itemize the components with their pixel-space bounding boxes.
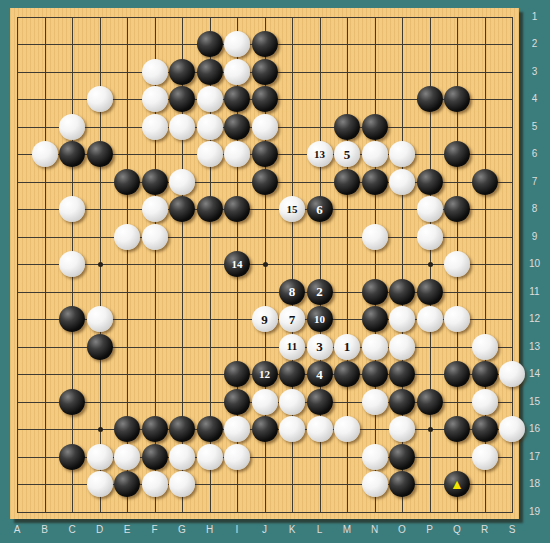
move-number: 4 [316, 368, 323, 381]
white-stone-F3 [142, 59, 168, 85]
row-label-16: 16 [521, 423, 548, 434]
column-label-K: K [282, 524, 302, 535]
row-label-18: 18 [521, 478, 548, 489]
column-label-H: H [200, 524, 220, 535]
black-stone-M5 [334, 114, 360, 140]
row-label-9: 9 [521, 231, 548, 242]
black-stone-G16 [169, 416, 195, 442]
star-point [98, 262, 103, 267]
white-stone-R13 [472, 334, 498, 360]
black-stone-G8 [169, 196, 195, 222]
white-stone-I2 [224, 31, 250, 57]
black-stone-J16 [252, 416, 278, 442]
black-stone-N5 [362, 114, 388, 140]
white-stone-F5 [142, 114, 168, 140]
white-stone-I16 [224, 416, 250, 442]
row-label-4: 4 [521, 93, 548, 104]
black-stone-G3 [169, 59, 195, 85]
black-stone-O14 [389, 361, 415, 387]
grid-line-horizontal [17, 512, 513, 513]
column-label-G: G [172, 524, 192, 535]
black-stone-L12: 10 [307, 306, 333, 332]
black-stone-N11 [362, 279, 388, 305]
column-label-Q: Q [447, 524, 467, 535]
white-stone-M6: 5 [334, 141, 360, 167]
black-stone-H2 [197, 31, 223, 57]
black-stone-E16 [114, 416, 140, 442]
move-number: 14 [232, 259, 243, 270]
white-stone-P8 [417, 196, 443, 222]
row-label-19: 19 [521, 506, 548, 517]
row-label-2: 2 [521, 38, 548, 49]
white-stone-E17 [114, 444, 140, 470]
black-stone-K11: 8 [279, 279, 305, 305]
white-stone-P9 [417, 224, 443, 250]
row-label-15: 15 [521, 396, 548, 407]
black-stone-Q18: ▲ [444, 471, 470, 497]
white-stone-G7 [169, 169, 195, 195]
black-stone-E7 [114, 169, 140, 195]
white-stone-N9 [362, 224, 388, 250]
white-stone-O12 [389, 306, 415, 332]
grid-line-vertical [375, 17, 376, 513]
row-label-13: 13 [521, 341, 548, 352]
column-label-M: M [337, 524, 357, 535]
column-label-A: A [7, 524, 27, 535]
black-stone-F17 [142, 444, 168, 470]
row-label-1: 1 [521, 11, 548, 22]
white-stone-L6: 13 [307, 141, 333, 167]
move-number: 7 [289, 313, 296, 326]
black-stone-G4 [169, 86, 195, 112]
black-stone-J14: 12 [252, 361, 278, 387]
white-stone-O16 [389, 416, 415, 442]
black-stone-P4 [417, 86, 443, 112]
white-stone-P12 [417, 306, 443, 332]
black-stone-J6 [252, 141, 278, 167]
white-stone-N13 [362, 334, 388, 360]
white-stone-Q12 [444, 306, 470, 332]
white-stone-H17 [197, 444, 223, 470]
white-stone-N15 [362, 389, 388, 415]
black-stone-N7 [362, 169, 388, 195]
white-stone-L16 [307, 416, 333, 442]
black-stone-R16 [472, 416, 498, 442]
black-stone-J3 [252, 59, 278, 85]
triangle-marker-icon: ▲ [450, 477, 464, 491]
black-stone-C6 [59, 141, 85, 167]
white-stone-O7 [389, 169, 415, 195]
move-number: 1 [344, 340, 351, 353]
move-number: 9 [261, 313, 268, 326]
white-stone-D17 [87, 444, 113, 470]
white-stone-L13: 3 [307, 334, 333, 360]
black-stone-N12 [362, 306, 388, 332]
row-label-14: 14 [521, 368, 548, 379]
column-label-I: I [227, 524, 247, 535]
row-label-7: 7 [521, 176, 548, 187]
white-stone-R17 [472, 444, 498, 470]
move-number: 5 [344, 148, 351, 161]
white-stone-K16 [279, 416, 305, 442]
black-stone-D6 [87, 141, 113, 167]
black-stone-D13 [87, 334, 113, 360]
white-stone-G5 [169, 114, 195, 140]
column-label-B: B [35, 524, 55, 535]
white-stone-N17 [362, 444, 388, 470]
black-stone-H16 [197, 416, 223, 442]
white-stone-I3 [224, 59, 250, 85]
column-label-C: C [62, 524, 82, 535]
black-stone-I4 [224, 86, 250, 112]
black-stone-Q6 [444, 141, 470, 167]
black-stone-O18 [389, 471, 415, 497]
star-point [98, 427, 103, 432]
move-number: 13 [314, 149, 325, 160]
go-diagram: 135156148297101131124▲ ABCDEFGHIJKLMNOPQ… [0, 0, 550, 543]
black-stone-P15 [417, 389, 443, 415]
black-stone-O15 [389, 389, 415, 415]
black-stone-C17 [59, 444, 85, 470]
black-stone-C12 [59, 306, 85, 332]
black-stone-E18 [114, 471, 140, 497]
column-label-P: P [420, 524, 440, 535]
white-stone-O13 [389, 334, 415, 360]
row-label-5: 5 [521, 121, 548, 132]
black-stone-I14 [224, 361, 250, 387]
go-board[interactable]: 135156148297101131124▲ [10, 8, 519, 519]
black-stone-M14 [334, 361, 360, 387]
black-stone-Q4 [444, 86, 470, 112]
row-label-6: 6 [521, 148, 548, 159]
white-stone-K13: 11 [279, 334, 305, 360]
move-number: 3 [316, 340, 323, 353]
star-point [428, 262, 433, 267]
white-stone-M16 [334, 416, 360, 442]
move-number: 10 [314, 314, 325, 325]
white-stone-I6 [224, 141, 250, 167]
black-stone-P7 [417, 169, 443, 195]
black-stone-H8 [197, 196, 223, 222]
white-stone-Q10 [444, 251, 470, 277]
white-stone-I17 [224, 444, 250, 470]
column-label-O: O [392, 524, 412, 535]
white-stone-M13: 1 [334, 334, 360, 360]
black-stone-I10: 14 [224, 251, 250, 277]
column-label-E: E [117, 524, 137, 535]
black-stone-M7 [334, 169, 360, 195]
white-stone-D12 [87, 306, 113, 332]
move-number: 15 [287, 204, 298, 215]
white-stone-H5 [197, 114, 223, 140]
black-stone-L11: 2 [307, 279, 333, 305]
black-stone-L14: 4 [307, 361, 333, 387]
white-stone-C10 [59, 251, 85, 277]
white-stone-D18 [87, 471, 113, 497]
black-stone-I15 [224, 389, 250, 415]
white-stone-O6 [389, 141, 415, 167]
black-stone-F7 [142, 169, 168, 195]
black-stone-J7 [252, 169, 278, 195]
black-stone-L8: 6 [307, 196, 333, 222]
column-label-S: S [502, 524, 522, 535]
black-stone-R14 [472, 361, 498, 387]
black-stone-J4 [252, 86, 278, 112]
white-stone-J15 [252, 389, 278, 415]
white-stone-C5 [59, 114, 85, 140]
white-stone-D4 [87, 86, 113, 112]
black-stone-R7 [472, 169, 498, 195]
white-stone-K8: 15 [279, 196, 305, 222]
white-stone-K12: 7 [279, 306, 305, 332]
column-label-L: L [310, 524, 330, 535]
row-label-17: 17 [521, 451, 548, 462]
white-stone-B6 [32, 141, 58, 167]
black-stone-Q16 [444, 416, 470, 442]
white-stone-N18 [362, 471, 388, 497]
black-stone-F16 [142, 416, 168, 442]
white-stone-G18 [169, 471, 195, 497]
row-label-10: 10 [521, 258, 548, 269]
column-label-F: F [145, 524, 165, 535]
column-label-N: N [365, 524, 385, 535]
white-stone-J12: 9 [252, 306, 278, 332]
white-stone-F18 [142, 471, 168, 497]
white-stone-F4 [142, 86, 168, 112]
white-stone-K15 [279, 389, 305, 415]
move-number: 6 [316, 203, 323, 216]
black-stone-K14 [279, 361, 305, 387]
row-label-12: 12 [521, 313, 548, 324]
white-stone-G17 [169, 444, 195, 470]
white-stone-C8 [59, 196, 85, 222]
star-point [428, 427, 433, 432]
column-label-J: J [255, 524, 275, 535]
row-label-11: 11 [521, 286, 548, 297]
black-stone-H3 [197, 59, 223, 85]
black-stone-P11 [417, 279, 443, 305]
black-stone-Q14 [444, 361, 470, 387]
white-stone-H4 [197, 86, 223, 112]
star-point [263, 262, 268, 267]
black-stone-Q8 [444, 196, 470, 222]
white-stone-F8 [142, 196, 168, 222]
black-stone-I8 [224, 196, 250, 222]
black-stone-O11 [389, 279, 415, 305]
white-stone-N6 [362, 141, 388, 167]
row-label-8: 8 [521, 203, 548, 214]
black-stone-C15 [59, 389, 85, 415]
black-stone-I5 [224, 114, 250, 140]
move-number: 8 [289, 285, 296, 298]
white-stone-R15 [472, 389, 498, 415]
black-stone-N14 [362, 361, 388, 387]
white-stone-E9 [114, 224, 140, 250]
row-label-3: 3 [521, 66, 548, 77]
white-stone-J5 [252, 114, 278, 140]
move-number: 12 [259, 369, 270, 380]
black-stone-J2 [252, 31, 278, 57]
move-number: 11 [287, 341, 297, 352]
move-number: 2 [316, 285, 323, 298]
white-stone-F9 [142, 224, 168, 250]
column-label-D: D [90, 524, 110, 535]
white-stone-H6 [197, 141, 223, 167]
column-label-R: R [475, 524, 495, 535]
black-stone-L15 [307, 389, 333, 415]
black-stone-O17 [389, 444, 415, 470]
